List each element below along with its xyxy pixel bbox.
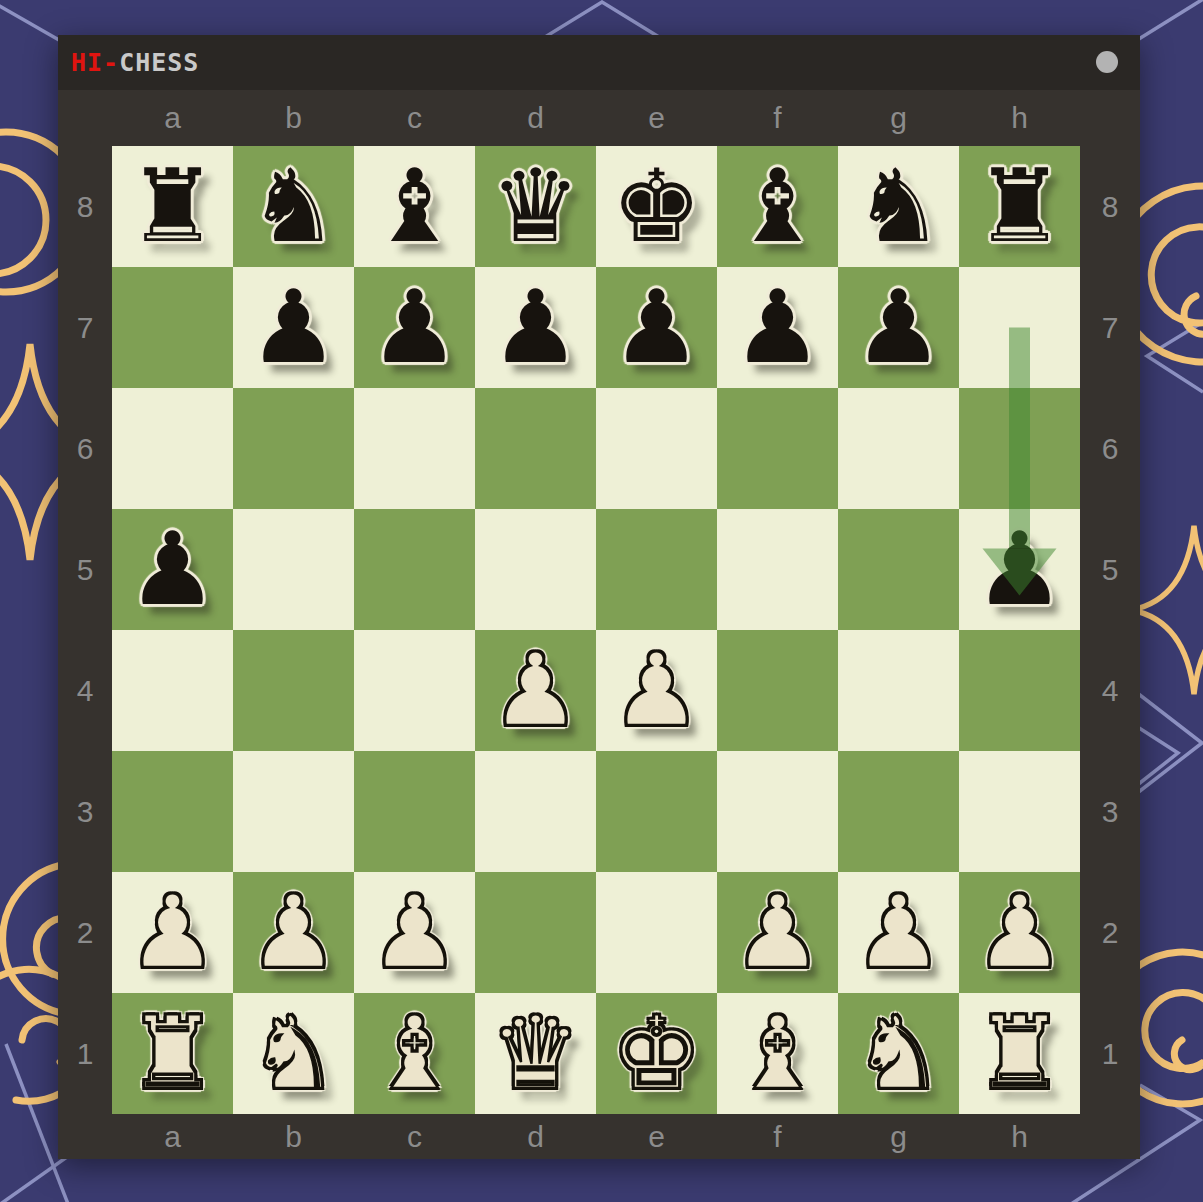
square-b5[interactable] [233,509,354,630]
piece-white-rook[interactable]: ♜ [127,993,218,1114]
square-h7[interactable] [959,267,1080,388]
file-label-d: d [475,90,596,146]
piece-white-bishop[interactable]: ♝ [732,993,823,1114]
square-c7[interactable]: ♟ [354,267,475,388]
piece-black-pawn[interactable]: ♟ [732,267,823,388]
piece-black-pawn[interactable]: ♟ [853,267,944,388]
piece-black-pawn[interactable]: ♟ [369,267,460,388]
file-label-g: g [838,1114,959,1159]
square-e5[interactable] [596,509,717,630]
piece-white-pawn[interactable]: ♟ [490,630,581,751]
piece-black-pawn[interactable]: ♟ [611,267,702,388]
app-window: HI-CHESS abcdefgh 87654321 ♜♞♝♛♚♝♞♜♟♟♟♟♟… [58,35,1140,1159]
square-c8[interactable]: ♝ [354,146,475,267]
piece-black-king[interactable]: ♚ [611,146,702,267]
rank-label-4: 4 [58,630,112,751]
rank-label-7: 7 [1080,267,1140,388]
rank-label-4: 4 [1080,630,1140,751]
status-dot [1096,51,1118,73]
square-b4[interactable] [233,630,354,751]
piece-black-knight[interactable]: ♞ [248,146,339,267]
square-g7[interactable]: ♟ [838,267,959,388]
square-b8[interactable]: ♞ [233,146,354,267]
square-d1[interactable]: ♛ [475,993,596,1114]
piece-black-rook[interactable]: ♜ [974,146,1065,267]
square-g2[interactable]: ♟ [838,872,959,993]
file-label-c: c [354,90,475,146]
square-h2[interactable]: ♟ [959,872,1080,993]
square-h5[interactable]: ♟ [959,509,1080,630]
file-label-f: f [717,1114,838,1159]
piece-black-pawn[interactable]: ♟ [974,509,1065,630]
piece-black-bishop[interactable]: ♝ [369,146,460,267]
square-h3[interactable] [959,751,1080,872]
square-d4[interactable]: ♟ [475,630,596,751]
square-d3[interactable] [475,751,596,872]
rank-label-1: 1 [58,993,112,1114]
rank-label-5: 5 [1080,509,1140,630]
rank-label-8: 8 [1080,146,1140,267]
piece-white-bishop[interactable]: ♝ [369,993,460,1114]
square-a2[interactable]: ♟ [112,872,233,993]
piece-white-rook[interactable]: ♜ [974,993,1065,1114]
square-c5[interactable] [354,509,475,630]
rank-label-8: 8 [58,146,112,267]
square-b6[interactable] [233,388,354,509]
file-label-b: b [233,1114,354,1159]
piece-white-knight[interactable]: ♞ [248,993,339,1114]
square-d7[interactable]: ♟ [475,267,596,388]
square-a5[interactable]: ♟ [112,509,233,630]
piece-black-pawn[interactable]: ♟ [127,509,218,630]
rank-label-3: 3 [58,751,112,872]
rank-label-3: 3 [1080,751,1140,872]
square-f4[interactable] [717,630,838,751]
rank-label-1: 1 [1080,993,1140,1114]
piece-black-pawn[interactable]: ♟ [248,267,339,388]
square-e7[interactable]: ♟ [596,267,717,388]
square-h4[interactable] [959,630,1080,751]
square-f8[interactable]: ♝ [717,146,838,267]
piece-black-bishop[interactable]: ♝ [732,146,823,267]
rank-label-2: 2 [1080,872,1140,993]
square-g8[interactable]: ♞ [838,146,959,267]
piece-white-pawn[interactable]: ♟ [369,872,460,993]
square-g6[interactable] [838,388,959,509]
square-g3[interactable] [838,751,959,872]
piece-white-pawn[interactable]: ♟ [974,872,1065,993]
square-a4[interactable] [112,630,233,751]
square-e8[interactable]: ♚ [596,146,717,267]
piece-white-pawn[interactable]: ♟ [853,872,944,993]
square-d5[interactable] [475,509,596,630]
board-area: 87654321 ♜♞♝♛♚♝♞♜♟♟♟♟♟♟♟♟♟♟♟♟♟♟♟♟♜♞♝♛♚♝♞… [58,146,1140,1114]
file-label-c: c [354,1114,475,1159]
square-f7[interactable]: ♟ [717,267,838,388]
file-label-a: a [112,90,233,146]
square-a3[interactable] [112,751,233,872]
square-f1[interactable]: ♝ [717,993,838,1114]
piece-white-queen[interactable]: ♛ [490,993,581,1114]
file-label-g: g [838,90,959,146]
file-labels-top: abcdefgh [58,90,1140,146]
file-label-f: f [717,90,838,146]
gold-sparkle-right [1132,526,1203,694]
square-e4[interactable]: ♟ [596,630,717,751]
square-c3[interactable] [354,751,475,872]
file-label-e: e [596,90,717,146]
piece-black-knight[interactable]: ♞ [853,146,944,267]
square-g5[interactable] [838,509,959,630]
square-a7[interactable] [112,267,233,388]
square-a8[interactable]: ♜ [112,146,233,267]
rank-label-2: 2 [58,872,112,993]
rank-labels-left: 87654321 [58,146,112,1114]
square-a6[interactable] [112,388,233,509]
rank-label-6: 6 [58,388,112,509]
gold-circle-inner [0,166,46,274]
board: ♜♞♝♛♚♝♞♜♟♟♟♟♟♟♟♟♟♟♟♟♟♟♟♟♜♞♝♛♚♝♞♜ [112,146,1080,1114]
square-c4[interactable] [354,630,475,751]
square-b3[interactable] [233,751,354,872]
file-label-h: h [959,90,1080,146]
square-h8[interactable]: ♜ [959,146,1080,267]
square-b2[interactable]: ♟ [233,872,354,993]
square-e1[interactable]: ♚ [596,993,717,1114]
file-label-d: d [475,1114,596,1159]
rank-label-5: 5 [58,509,112,630]
square-h6[interactable] [959,388,1080,509]
square-f2[interactable]: ♟ [717,872,838,993]
piece-white-pawn[interactable]: ♟ [611,630,702,751]
piece-black-pawn[interactable]: ♟ [490,267,581,388]
square-b1[interactable]: ♞ [233,993,354,1114]
square-f6[interactable] [717,388,838,509]
square-e3[interactable] [596,751,717,872]
piece-white-king[interactable]: ♚ [611,993,702,1114]
rank-label-7: 7 [58,267,112,388]
square-e6[interactable] [596,388,717,509]
file-label-a: a [112,1114,233,1159]
app-title-secondary: CHESS [119,48,199,77]
square-d8[interactable]: ♛ [475,146,596,267]
file-label-h: h [959,1114,1080,1159]
square-e2[interactable] [596,872,717,993]
square-c1[interactable]: ♝ [354,993,475,1114]
piece-black-queen[interactable]: ♛ [490,146,581,267]
rank-labels-right: 87654321 [1080,146,1140,1114]
square-d6[interactable] [475,388,596,509]
square-a1[interactable]: ♜ [112,993,233,1114]
piece-white-pawn[interactable]: ♟ [248,872,339,993]
square-c6[interactable] [354,388,475,509]
square-d2[interactable] [475,872,596,993]
file-label-e: e [596,1114,717,1159]
piece-black-rook[interactable]: ♜ [127,146,218,267]
file-labels-bottom: abcdefgh [58,1114,1140,1159]
title-bar: HI-CHESS [58,35,1140,90]
piece-white-knight[interactable]: ♞ [853,993,944,1114]
square-g4[interactable] [838,630,959,751]
piece-white-pawn[interactable]: ♟ [127,872,218,993]
square-g1[interactable]: ♞ [838,993,959,1114]
square-h1[interactable]: ♜ [959,993,1080,1114]
rank-label-6: 6 [1080,388,1140,509]
file-label-b: b [233,90,354,146]
app-title-primary: HI- [71,48,119,77]
piece-white-pawn[interactable]: ♟ [732,872,823,993]
square-c2[interactable]: ♟ [354,872,475,993]
square-b7[interactable]: ♟ [233,267,354,388]
square-f5[interactable] [717,509,838,630]
square-f3[interactable] [717,751,838,872]
